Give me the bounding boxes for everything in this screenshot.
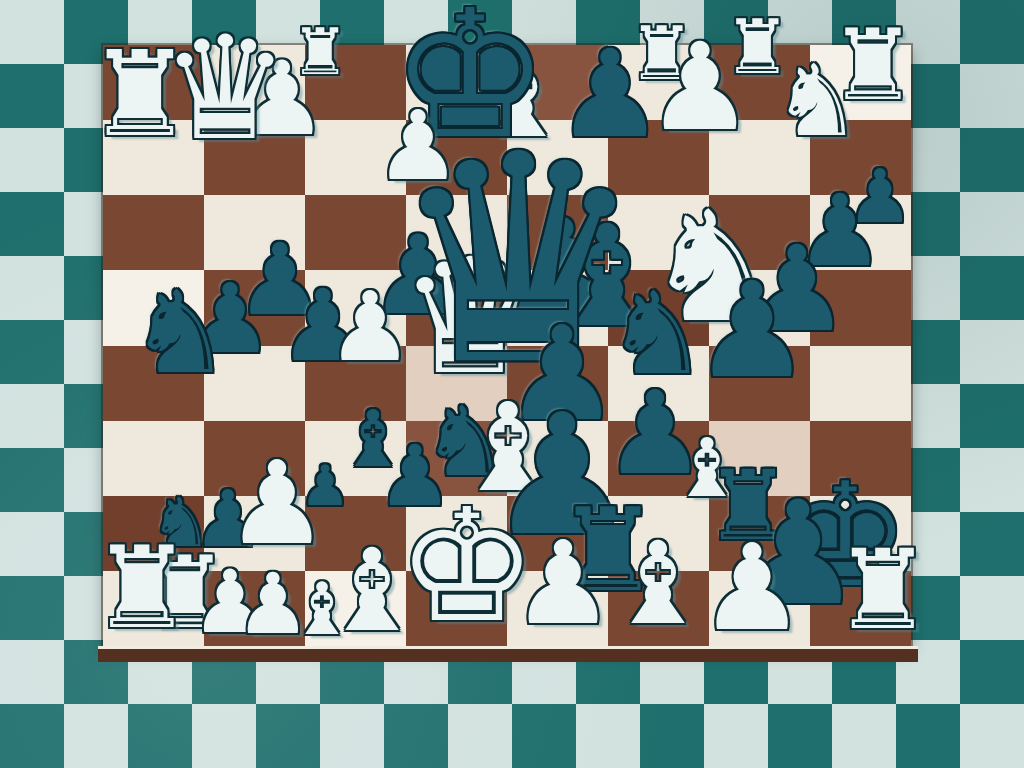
piece-dark-pawn[interactable]: ♟: [693, 264, 811, 396]
board-bottom-edge: [98, 646, 918, 662]
chess-illustration: ♜♜♜♜♟♟♞♜♝♟♛♚♟♟♟♟♟♞♟♝♟♟♟♟♞♞♛♛♟♟♝♞♟♝♝♟♟♜♟♞…: [0, 0, 1024, 768]
piece-white-rook[interactable]: ♜: [834, 535, 933, 645]
piece-white-bishop[interactable]: ♝: [607, 527, 709, 641]
board-pieces: ♜♜♜♜♟♟♞♜♝♟♛♚♟♟♟♟♟♞♟♝♟♟♟♟♞♞♛♛♟♟♝♞♟♝♝♟♟♜♟♞…: [103, 45, 911, 646]
piece-white-pawn[interactable]: ♟: [511, 526, 614, 641]
piece-white-bishop[interactable]: ♝: [321, 534, 423, 648]
piece-white-knight[interactable]: ♞: [773, 51, 862, 150]
piece-white-pawn[interactable]: ♟: [699, 529, 806, 648]
piece-white-pawn[interactable]: ♟: [225, 446, 328, 561]
piece-white-queen[interactable]: ♛: [161, 17, 289, 160]
piece-dark-knight[interactable]: ♞: [129, 276, 231, 390]
chess-board: ♜♜♜♜♟♟♞♜♝♟♛♚♟♟♟♟♟♞♟♝♟♟♟♟♞♞♛♛♟♟♝♞♟♝♝♟♟♜♟♞…: [103, 45, 911, 646]
piece-white-rook[interactable]: ♜: [91, 532, 192, 645]
